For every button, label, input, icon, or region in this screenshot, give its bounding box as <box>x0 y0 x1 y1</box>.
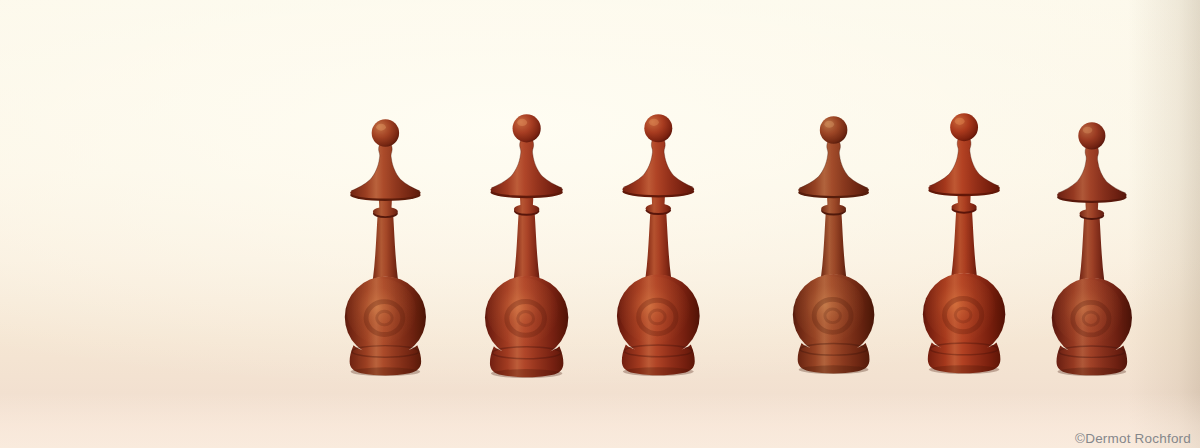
pawn-3 <box>611 112 706 378</box>
pawn-5 <box>917 111 1011 376</box>
pawn-4 <box>787 114 880 376</box>
pawn-1 <box>339 117 432 378</box>
backdrop-right-shade <box>1128 0 1200 448</box>
photo-scene: ©Dermot Rochford <box>0 0 1200 448</box>
pawn-6 <box>1046 120 1138 378</box>
pawn-2 <box>479 112 574 380</box>
tabletop-glow <box>0 392 1200 448</box>
copyright-watermark: ©Dermot Rochford <box>1075 431 1191 446</box>
